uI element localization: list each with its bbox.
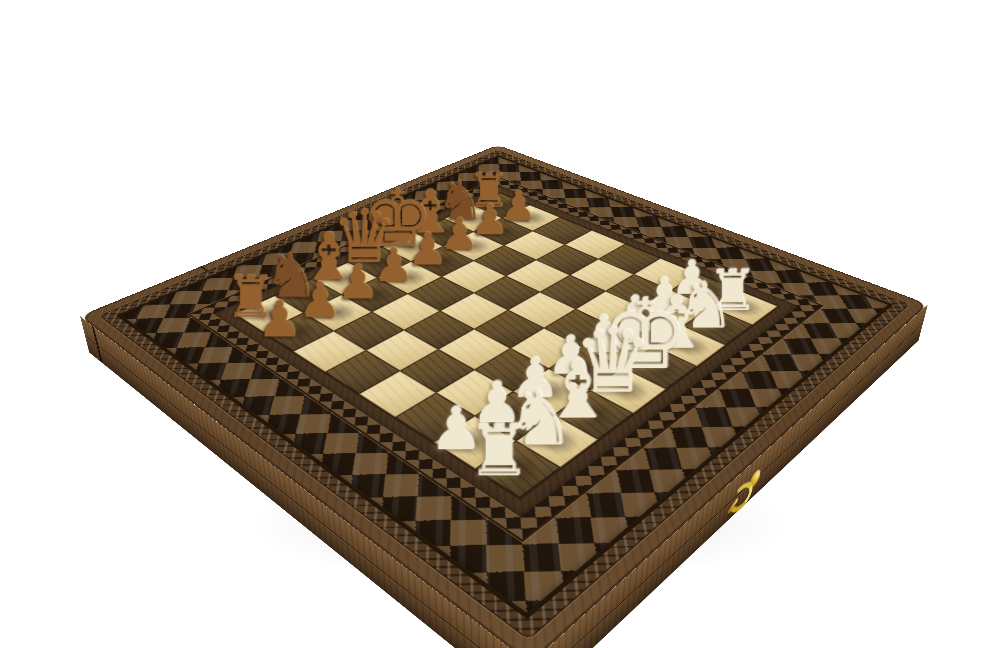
photo-background: ♜♟♟♜♞♟♟♞♝♟♟♝♚♟♟♚♛♟♟♛♝♟♟♝♞♟♟♞♜♟♟♜ [0,0,1000,648]
box-top-face: ♜♟♟♜♞♟♟♞♝♟♟♝♚♟♟♚♛♟♟♛♝♟♟♝♞♟♟♞♜♟♟♜ [80,145,928,648]
scene: ♜♟♟♜♞♟♟♞♝♟♟♝♚♟♟♚♛♟♟♛♝♟♟♝♞♟♟♞♜♟♟♜ [0,0,1000,648]
chess-box: ♜♟♟♜♞♟♟♞♝♟♟♝♚♟♟♚♛♟♟♛♝♟♟♝♞♟♟♞♜♟♟♜ [80,145,928,648]
white-rook-a1[interactable]: ♜ [437,419,560,482]
black-pawn-a7[interactable]: ♟ [229,296,330,340]
